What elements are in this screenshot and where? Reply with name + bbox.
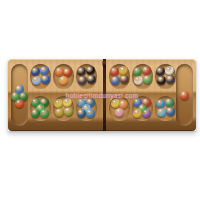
- glass-marble: [133, 67, 142, 76]
- glass-marble: [64, 107, 73, 116]
- glass-marble: [31, 109, 40, 118]
- pit-left-top-3[interactable]: [76, 64, 97, 89]
- glass-marble: [110, 67, 119, 76]
- pit-right-bottom-3[interactable]: [155, 96, 176, 121]
- glass-marble: [40, 109, 49, 118]
- glass-marble: [157, 108, 166, 117]
- store-left[interactable]: [11, 64, 28, 126]
- glass-marble: [31, 67, 40, 76]
- glass-marble: [41, 75, 50, 84]
- pit-right-top-2[interactable]: [132, 64, 153, 89]
- glass-marble: [180, 91, 189, 100]
- glass-marble: [63, 98, 72, 107]
- pit-left-top-2[interactable]: [53, 64, 74, 89]
- glass-marble: [115, 108, 124, 117]
- glass-marble: [32, 76, 41, 85]
- glass-marble: [134, 76, 143, 85]
- glass-marble: [15, 99, 24, 108]
- glass-marble: [59, 76, 68, 85]
- glass-marble: [40, 66, 49, 75]
- glass-marble: [166, 107, 175, 116]
- glass-marble: [120, 75, 129, 84]
- glass-marble: [119, 66, 128, 75]
- glass-marble: [55, 108, 64, 117]
- mancala-board: hobiegitimdunyasi.com: [8, 59, 196, 131]
- glass-marble: [86, 66, 95, 75]
- glass-marble: [133, 109, 142, 118]
- photo-background: hobiegitimdunyasi.com: [0, 0, 200, 200]
- pit-left-bottom-1[interactable]: [30, 96, 51, 121]
- glass-marble: [77, 67, 86, 76]
- glass-marble: [165, 66, 174, 75]
- glass-marble: [78, 76, 87, 85]
- glass-marble: [111, 76, 120, 85]
- glass-marble: [54, 99, 63, 108]
- glass-marble: [142, 66, 151, 75]
- glass-marble: [166, 75, 175, 84]
- pit-right-bottom-2[interactable]: [132, 96, 153, 121]
- glass-marble: [142, 109, 151, 118]
- glass-marble: [86, 109, 95, 118]
- glass-marble: [157, 76, 166, 85]
- glass-marble: [143, 75, 152, 84]
- glass-marble: [156, 67, 165, 76]
- glass-marble: [87, 75, 96, 84]
- pit-right-top-3[interactable]: [155, 64, 176, 89]
- pit-left-top-1[interactable]: [30, 64, 51, 89]
- watermark-text: hobiegitimdunyasi.com: [66, 92, 138, 99]
- glass-marble: [156, 99, 165, 108]
- store-right[interactable]: [176, 64, 193, 126]
- pit-left-bottom-2[interactable]: [53, 96, 74, 121]
- pit-right-top-1[interactable]: [109, 64, 130, 89]
- pit-left-bottom-3[interactable]: [76, 96, 97, 121]
- glass-marble: [165, 98, 174, 107]
- pit-right-bottom-1[interactable]: [109, 96, 130, 121]
- glass-marble: [77, 109, 86, 118]
